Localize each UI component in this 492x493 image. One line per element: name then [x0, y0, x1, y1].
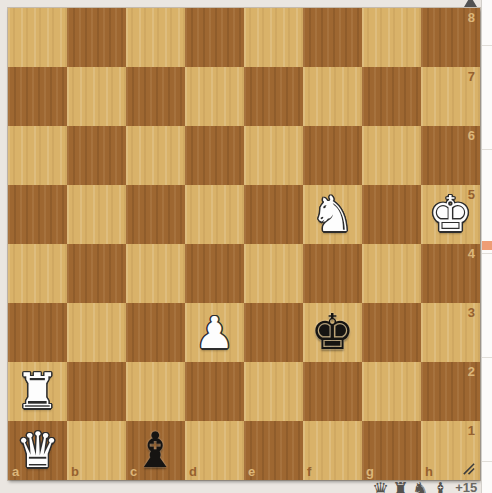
panel-divider: [482, 461, 492, 462]
square-e6[interactable]: [244, 126, 303, 185]
square-f1[interactable]: f: [303, 421, 362, 480]
coord-file-h: h: [425, 465, 433, 478]
square-b2[interactable]: [67, 362, 126, 421]
captured-pieces-tray: ♛ ♜ ♞ ♝ +15: [0, 480, 481, 493]
square-d4[interactable]: [185, 244, 244, 303]
square-b5[interactable]: [67, 185, 126, 244]
panel-divider: [482, 253, 492, 254]
square-e7[interactable]: [244, 67, 303, 126]
square-f8[interactable]: [303, 8, 362, 67]
square-g5[interactable]: [362, 185, 421, 244]
panel-highlight-bar: [482, 241, 492, 250]
square-h1[interactable]: 1h: [421, 421, 480, 480]
coord-file-d: d: [189, 465, 197, 478]
white-queen-a1[interactable]: ♛: [16, 421, 60, 480]
side-panel[interactable]: [481, 0, 492, 493]
coord-file-g: g: [366, 465, 374, 478]
square-a8[interactable]: [8, 8, 67, 67]
panel-divider: [482, 149, 492, 150]
coord-rank-2: 2: [468, 365, 475, 378]
square-d6[interactable]: [185, 126, 244, 185]
square-d3[interactable]: ♟: [185, 303, 244, 362]
square-c3[interactable]: [126, 303, 185, 362]
square-h3[interactable]: 3: [421, 303, 480, 362]
square-d1[interactable]: d: [185, 421, 244, 480]
square-e8[interactable]: [244, 8, 303, 67]
square-d5[interactable]: [185, 185, 244, 244]
square-a7[interactable]: [8, 67, 67, 126]
square-g7[interactable]: [362, 67, 421, 126]
square-h6[interactable]: 6: [421, 126, 480, 185]
square-d8[interactable]: [185, 8, 244, 67]
square-a3[interactable]: [8, 303, 67, 362]
square-g8[interactable]: [362, 8, 421, 67]
chess-board[interactable]: 876♞5♚4♟♚3♜2a♛bc♝defg1h: [8, 8, 480, 480]
white-knight-f5[interactable]: ♞: [311, 185, 355, 244]
square-g2[interactable]: [362, 362, 421, 421]
captured-bishop-icon: ♝: [432, 480, 449, 493]
square-g3[interactable]: [362, 303, 421, 362]
square-c4[interactable]: [126, 244, 185, 303]
square-a2[interactable]: ♜: [8, 362, 67, 421]
square-b8[interactable]: [67, 8, 126, 67]
square-c7[interactable]: [126, 67, 185, 126]
square-b7[interactable]: [67, 67, 126, 126]
captured-knight-icon: ♞: [412, 480, 429, 493]
square-f6[interactable]: [303, 126, 362, 185]
square-a6[interactable]: [8, 126, 67, 185]
captured-queen-icon: ♛: [372, 480, 389, 493]
coord-rank-3: 3: [468, 306, 475, 319]
captured-rook-icon: ♜: [392, 480, 409, 493]
square-d2[interactable]: [185, 362, 244, 421]
square-g1[interactable]: g: [362, 421, 421, 480]
square-e2[interactable]: [244, 362, 303, 421]
board-resize-handle[interactable]: [461, 461, 476, 476]
coord-rank-8: 8: [468, 11, 475, 24]
clipped-piece-icon: [464, 0, 477, 7]
square-h2[interactable]: 2: [421, 362, 480, 421]
coord-rank-7: 7: [468, 70, 475, 83]
square-c6[interactable]: [126, 126, 185, 185]
coord-rank-4: 4: [468, 247, 475, 260]
square-e1[interactable]: e: [244, 421, 303, 480]
white-rook-a2[interactable]: ♜: [16, 362, 60, 421]
square-e4[interactable]: [244, 244, 303, 303]
white-king-h5[interactable]: ♚: [429, 185, 473, 244]
panel-divider: [482, 45, 492, 46]
square-g4[interactable]: [362, 244, 421, 303]
coord-rank-6: 6: [468, 129, 475, 142]
square-d7[interactable]: [185, 67, 244, 126]
black-king-f3[interactable]: ♚: [311, 303, 355, 362]
square-g6[interactable]: [362, 126, 421, 185]
square-f7[interactable]: [303, 67, 362, 126]
square-b6[interactable]: [67, 126, 126, 185]
square-c1[interactable]: c♝: [126, 421, 185, 480]
square-a5[interactable]: [8, 185, 67, 244]
square-e3[interactable]: [244, 303, 303, 362]
square-b4[interactable]: [67, 244, 126, 303]
square-a4[interactable]: [8, 244, 67, 303]
material-score: +15: [455, 480, 477, 493]
coord-rank-1: 1: [468, 424, 475, 437]
coord-file-b: b: [71, 465, 79, 478]
square-c8[interactable]: [126, 8, 185, 67]
square-c2[interactable]: [126, 362, 185, 421]
coord-file-f: f: [307, 465, 311, 478]
panel-divider: [482, 357, 492, 358]
square-f5[interactable]: ♞: [303, 185, 362, 244]
square-b1[interactable]: b: [67, 421, 126, 480]
square-h4[interactable]: 4: [421, 244, 480, 303]
square-f3[interactable]: ♚: [303, 303, 362, 362]
square-h7[interactable]: 7: [421, 67, 480, 126]
square-h5[interactable]: 5♚: [421, 185, 480, 244]
black-bishop-c1[interactable]: ♝: [134, 421, 178, 480]
square-b3[interactable]: [67, 303, 126, 362]
square-e5[interactable]: [244, 185, 303, 244]
white-pawn-d3[interactable]: ♟: [195, 303, 234, 362]
square-a1[interactable]: a♛: [8, 421, 67, 480]
square-f4[interactable]: [303, 244, 362, 303]
square-f2[interactable]: [303, 362, 362, 421]
coord-file-e: e: [248, 465, 255, 478]
square-h8[interactable]: 8: [421, 8, 480, 67]
square-c5[interactable]: [126, 185, 185, 244]
